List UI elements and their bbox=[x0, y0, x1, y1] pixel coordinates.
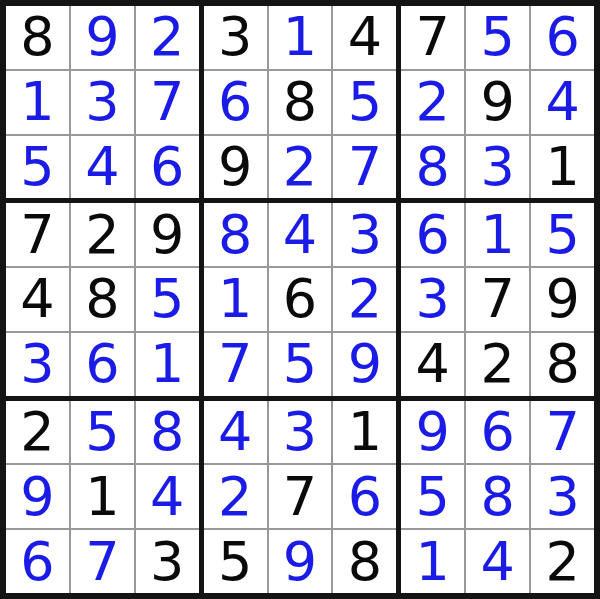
cell-r2c4[interactable]: 6 bbox=[204, 71, 267, 134]
cell-r4c1[interactable]: 7 bbox=[6, 203, 69, 266]
cell-r6c1[interactable]: 3 bbox=[6, 333, 69, 396]
cell-r8c9[interactable]: 3 bbox=[531, 465, 594, 528]
cell-r1c4[interactable]: 3 bbox=[204, 6, 267, 69]
cell-r8c5[interactable]: 7 bbox=[269, 465, 332, 528]
cell-r6c3[interactable]: 1 bbox=[136, 333, 199, 396]
cell-r5c3[interactable]: 5 bbox=[136, 268, 199, 331]
cell-r7c4[interactable]: 4 bbox=[204, 401, 267, 464]
cell-r6c2[interactable]: 6 bbox=[71, 333, 134, 396]
cell-r6c6[interactable]: 9 bbox=[333, 333, 396, 396]
cell-r3c7[interactable]: 8 bbox=[401, 136, 464, 199]
cell-r5c1[interactable]: 4 bbox=[6, 268, 69, 331]
cell-r2c7[interactable]: 2 bbox=[401, 71, 464, 134]
box-0-0: 892137546 bbox=[6, 6, 199, 198]
cell-r2c5[interactable]: 8 bbox=[269, 71, 332, 134]
cell-r9c2[interactable]: 7 bbox=[71, 530, 134, 593]
cell-r8c1[interactable]: 9 bbox=[6, 465, 69, 528]
box-0-1: 314685927 bbox=[204, 6, 397, 198]
cell-r7c6[interactable]: 1 bbox=[333, 401, 396, 464]
cell-r4c8[interactable]: 1 bbox=[466, 203, 529, 266]
cell-r3c1[interactable]: 5 bbox=[6, 136, 69, 199]
cell-r5c5[interactable]: 6 bbox=[269, 268, 332, 331]
cell-r1c7[interactable]: 7 bbox=[401, 6, 464, 69]
cell-r3c6[interactable]: 7 bbox=[333, 136, 396, 199]
cell-r1c1[interactable]: 8 bbox=[6, 6, 69, 69]
cell-r1c9[interactable]: 6 bbox=[531, 6, 594, 69]
cell-r7c2[interactable]: 5 bbox=[71, 401, 134, 464]
cell-r4c9[interactable]: 5 bbox=[531, 203, 594, 266]
cell-r3c4[interactable]: 9 bbox=[204, 136, 267, 199]
cell-r5c9[interactable]: 9 bbox=[531, 268, 594, 331]
cell-r8c6[interactable]: 6 bbox=[333, 465, 396, 528]
cell-r1c8[interactable]: 5 bbox=[466, 6, 529, 69]
cell-r6c9[interactable]: 8 bbox=[531, 333, 594, 396]
cell-r6c5[interactable]: 5 bbox=[269, 333, 332, 396]
cell-r5c2[interactable]: 8 bbox=[71, 268, 134, 331]
cell-r9c9[interactable]: 2 bbox=[531, 530, 594, 593]
cell-r3c3[interactable]: 6 bbox=[136, 136, 199, 199]
cell-r4c2[interactable]: 2 bbox=[71, 203, 134, 266]
cell-r8c2[interactable]: 1 bbox=[71, 465, 134, 528]
cell-r8c8[interactable]: 8 bbox=[466, 465, 529, 528]
cell-r3c2[interactable]: 4 bbox=[71, 136, 134, 199]
cell-r7c3[interactable]: 8 bbox=[136, 401, 199, 464]
cell-r2c2[interactable]: 3 bbox=[71, 71, 134, 134]
cell-r1c6[interactable]: 4 bbox=[333, 6, 396, 69]
cell-r7c8[interactable]: 6 bbox=[466, 401, 529, 464]
cell-r2c3[interactable]: 7 bbox=[136, 71, 199, 134]
cell-r3c5[interactable]: 2 bbox=[269, 136, 332, 199]
cell-r6c8[interactable]: 2 bbox=[466, 333, 529, 396]
cell-r5c4[interactable]: 1 bbox=[204, 268, 267, 331]
cell-r4c7[interactable]: 6 bbox=[401, 203, 464, 266]
cell-r8c4[interactable]: 2 bbox=[204, 465, 267, 528]
cell-r5c7[interactable]: 3 bbox=[401, 268, 464, 331]
cell-r6c7[interactable]: 4 bbox=[401, 333, 464, 396]
box-1-0: 729485361 bbox=[6, 203, 199, 395]
cell-r7c7[interactable]: 9 bbox=[401, 401, 464, 464]
cell-r7c5[interactable]: 3 bbox=[269, 401, 332, 464]
cell-r4c5[interactable]: 4 bbox=[269, 203, 332, 266]
sudoku-board: 8921375463146859277562948317294853618431… bbox=[0, 0, 600, 599]
cell-r7c9[interactable]: 7 bbox=[531, 401, 594, 464]
cell-r9c7[interactable]: 1 bbox=[401, 530, 464, 593]
cell-r2c1[interactable]: 1 bbox=[6, 71, 69, 134]
cell-r9c5[interactable]: 9 bbox=[269, 530, 332, 593]
cell-r9c6[interactable]: 8 bbox=[333, 530, 396, 593]
box-1-2: 615379428 bbox=[401, 203, 594, 395]
cell-r9c4[interactable]: 5 bbox=[204, 530, 267, 593]
cell-r1c5[interactable]: 1 bbox=[269, 6, 332, 69]
cell-r7c1[interactable]: 2 bbox=[6, 401, 69, 464]
cell-r2c6[interactable]: 5 bbox=[333, 71, 396, 134]
cell-r1c2[interactable]: 9 bbox=[71, 6, 134, 69]
cell-r4c4[interactable]: 8 bbox=[204, 203, 267, 266]
cell-r9c3[interactable]: 3 bbox=[136, 530, 199, 593]
cell-r4c3[interactable]: 9 bbox=[136, 203, 199, 266]
box-2-0: 258914673 bbox=[6, 401, 199, 593]
box-1-1: 843162759 bbox=[204, 203, 397, 395]
box-0-2: 756294831 bbox=[401, 6, 594, 198]
cell-r2c8[interactable]: 9 bbox=[466, 71, 529, 134]
cell-r5c8[interactable]: 7 bbox=[466, 268, 529, 331]
cell-r5c6[interactable]: 2 bbox=[333, 268, 396, 331]
cell-r9c8[interactable]: 4 bbox=[466, 530, 529, 593]
cell-r9c1[interactable]: 6 bbox=[6, 530, 69, 593]
cell-r1c3[interactable]: 2 bbox=[136, 6, 199, 69]
cell-r8c3[interactable]: 4 bbox=[136, 465, 199, 528]
cell-r6c4[interactable]: 7 bbox=[204, 333, 267, 396]
cell-r2c9[interactable]: 4 bbox=[531, 71, 594, 134]
cell-r3c9[interactable]: 1 bbox=[531, 136, 594, 199]
cell-r3c8[interactable]: 3 bbox=[466, 136, 529, 199]
box-2-2: 967583142 bbox=[401, 401, 594, 593]
box-2-1: 431276598 bbox=[204, 401, 397, 593]
cell-r4c6[interactable]: 3 bbox=[333, 203, 396, 266]
cell-r8c7[interactable]: 5 bbox=[401, 465, 464, 528]
